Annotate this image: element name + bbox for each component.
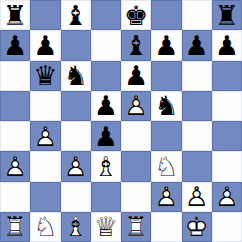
white-bishop[interactable]: ♝♗	[61, 212, 91, 242]
square-h3[interactable]	[212, 151, 242, 181]
white-king[interactable]: ♚♔	[182, 212, 212, 242]
white-pawn[interactable]: ♟♙	[61, 151, 91, 181]
square-e1[interactable]: ♜♖	[121, 212, 151, 242]
white-knight[interactable]: ♞♘	[151, 151, 181, 181]
square-h7[interactable]: ♟	[212, 30, 242, 60]
square-d1[interactable]: ♛♕	[91, 212, 121, 242]
square-c5[interactable]	[61, 91, 91, 121]
square-h8[interactable]: ♜	[212, 0, 242, 30]
square-h6[interactable]	[212, 61, 242, 91]
square-d4[interactable]: ♟	[91, 121, 121, 151]
square-f1[interactable]	[151, 212, 181, 242]
black-bishop[interactable]: ♝	[61, 0, 91, 30]
white-queen[interactable]: ♛♕	[91, 212, 121, 242]
piece-outline: ♙	[121, 91, 151, 121]
white-pawn[interactable]: ♟♙	[121, 91, 151, 121]
square-f2[interactable]: ♟♙	[151, 182, 181, 212]
square-a6[interactable]	[0, 61, 30, 91]
white-pawn[interactable]: ♟♙	[0, 151, 30, 181]
square-g2[interactable]: ♟♙	[182, 182, 212, 212]
black-pawn[interactable]: ♟	[151, 30, 181, 60]
square-d5[interactable]: ♟	[91, 91, 121, 121]
square-c8[interactable]: ♝	[61, 0, 91, 30]
black-king[interactable]: ♚	[121, 0, 151, 30]
piece-outline: ♖	[0, 212, 30, 242]
square-b3[interactable]	[30, 151, 60, 181]
square-b6[interactable]: ♛	[30, 61, 60, 91]
square-f3[interactable]: ♞♘	[151, 151, 181, 181]
square-e7[interactable]: ♝	[121, 30, 151, 60]
square-a5[interactable]	[0, 91, 30, 121]
piece-outline: ♙	[151, 182, 181, 212]
square-a4[interactable]	[0, 121, 30, 151]
black-knight[interactable]: ♞	[61, 61, 91, 91]
square-f6[interactable]	[151, 61, 181, 91]
piece-outline: ♕	[91, 212, 121, 242]
white-rook[interactable]: ♜♖	[0, 212, 30, 242]
white-pawn[interactable]: ♟♙	[30, 121, 60, 151]
piece-outline: ♙	[182, 182, 212, 212]
square-c7[interactable]	[61, 30, 91, 60]
square-d8[interactable]	[91, 0, 121, 30]
piece-outline: ♙	[61, 151, 91, 181]
square-c2[interactable]	[61, 182, 91, 212]
square-f4[interactable]	[151, 121, 181, 151]
square-a3[interactable]: ♟♙	[0, 151, 30, 181]
piece-outline: ♙	[30, 121, 60, 151]
square-e4[interactable]	[121, 121, 151, 151]
white-pawn[interactable]: ♟♙	[212, 182, 242, 212]
black-pawn[interactable]: ♟	[91, 121, 121, 151]
square-e2[interactable]	[121, 182, 151, 212]
black-pawn[interactable]: ♟	[91, 91, 121, 121]
square-b2[interactable]	[30, 182, 60, 212]
black-pawn[interactable]: ♟	[182, 30, 212, 60]
square-g1[interactable]: ♚♔	[182, 212, 212, 242]
piece-outline: ♘	[30, 212, 60, 242]
white-knight[interactable]: ♞♘	[30, 212, 60, 242]
chess-board: ♜♝♚♜♟♟♝♟♟♟♛♞♟♟♟♙♞♟♙♟♟♙♟♙♝♗♞♘♟♙♟♙♟♙♜♖♞♘♝♗…	[0, 0, 242, 242]
square-b5[interactable]	[30, 91, 60, 121]
piece-outline: ♙	[0, 151, 30, 181]
square-h1[interactable]	[212, 212, 242, 242]
square-d6[interactable]	[91, 61, 121, 91]
square-c1[interactable]: ♝♗	[61, 212, 91, 242]
black-pawn[interactable]: ♟	[121, 61, 151, 91]
square-g7[interactable]: ♟	[182, 30, 212, 60]
piece-outline: ♘	[151, 151, 181, 181]
black-pawn[interactable]: ♟	[0, 30, 30, 60]
square-a2[interactable]	[0, 182, 30, 212]
square-b1[interactable]: ♞♘	[30, 212, 60, 242]
white-pawn[interactable]: ♟♙	[151, 182, 181, 212]
square-a1[interactable]: ♜♖	[0, 212, 30, 242]
black-rook[interactable]: ♜	[0, 0, 30, 30]
square-f7[interactable]: ♟	[151, 30, 181, 60]
square-a8[interactable]: ♜	[0, 0, 30, 30]
square-h4[interactable]	[212, 121, 242, 151]
square-g5[interactable]	[182, 91, 212, 121]
square-h2[interactable]: ♟♙	[212, 182, 242, 212]
piece-outline: ♖	[121, 212, 151, 242]
square-h5[interactable]	[212, 91, 242, 121]
square-c4[interactable]	[61, 121, 91, 151]
square-e6[interactable]: ♟	[121, 61, 151, 91]
piece-outline: ♗	[61, 212, 91, 242]
piece-outline: ♙	[212, 182, 242, 212]
black-knight[interactable]: ♞	[151, 91, 181, 121]
black-queen[interactable]: ♛	[30, 61, 60, 91]
square-g3[interactable]	[182, 151, 212, 181]
square-d3[interactable]: ♝♗	[91, 151, 121, 181]
black-pawn[interactable]: ♟	[30, 30, 60, 60]
square-c3[interactable]: ♟♙	[61, 151, 91, 181]
square-c6[interactable]: ♞	[61, 61, 91, 91]
square-b8[interactable]	[30, 0, 60, 30]
square-g8[interactable]	[182, 0, 212, 30]
black-rook[interactable]: ♜	[212, 0, 242, 30]
square-d7[interactable]	[91, 30, 121, 60]
black-pawn[interactable]: ♟	[212, 30, 242, 60]
white-rook[interactable]: ♜♖	[121, 212, 151, 242]
square-d2[interactable]	[91, 182, 121, 212]
square-g6[interactable]	[182, 61, 212, 91]
piece-outline: ♗	[91, 151, 121, 181]
black-bishop[interactable]: ♝	[121, 30, 151, 60]
piece-outline: ♔	[182, 212, 212, 242]
square-e5[interactable]: ♟♙	[121, 91, 151, 121]
square-a7[interactable]: ♟	[0, 30, 30, 60]
square-e3[interactable]	[121, 151, 151, 181]
white-pawn[interactable]: ♟♙	[182, 182, 212, 212]
square-b7[interactable]: ♟	[30, 30, 60, 60]
white-bishop[interactable]: ♝♗	[91, 151, 121, 181]
square-f5[interactable]: ♞	[151, 91, 181, 121]
square-e8[interactable]: ♚	[121, 0, 151, 30]
square-f8[interactable]	[151, 0, 181, 30]
square-b4[interactable]: ♟♙	[30, 121, 60, 151]
square-g4[interactable]	[182, 121, 212, 151]
